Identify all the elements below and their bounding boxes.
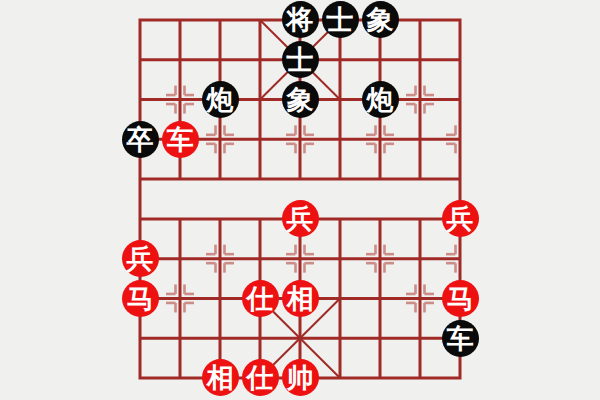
point-a0	[120, 0, 160, 40]
point-b0	[160, 0, 200, 40]
point-b9	[160, 358, 200, 398]
point-d5	[240, 199, 280, 239]
point-i3	[440, 119, 480, 159]
red-advisor[interactable]: 仕	[242, 359, 279, 396]
point-a1	[120, 40, 160, 80]
point-i7: 马	[440, 278, 480, 318]
point-d9: 仕	[240, 358, 280, 398]
point-h9	[400, 358, 440, 398]
red-general[interactable]: 帅	[282, 359, 319, 396]
red-pawn[interactable]: 兵	[282, 200, 319, 237]
point-d1	[240, 40, 280, 80]
red-elephant[interactable]: 相	[282, 280, 319, 317]
point-a6: 兵	[120, 239, 160, 279]
point-g8	[360, 318, 400, 358]
point-e7: 相	[280, 278, 320, 318]
point-i6	[440, 239, 480, 279]
point-c3	[200, 119, 240, 159]
point-a2	[120, 80, 160, 120]
point-a3: 卒	[120, 119, 160, 159]
point-g3	[360, 119, 400, 159]
point-h4	[400, 159, 440, 199]
point-d8	[240, 318, 280, 358]
point-e0: 将	[280, 0, 320, 40]
black-advisor[interactable]: 士	[322, 1, 359, 38]
point-h8	[400, 318, 440, 358]
point-f1	[320, 40, 360, 80]
point-c6	[200, 239, 240, 279]
point-f2	[320, 80, 360, 120]
point-g4	[360, 159, 400, 199]
point-f0: 士	[320, 0, 360, 40]
point-c9: 相	[200, 358, 240, 398]
point-d3	[240, 119, 280, 159]
black-cannon[interactable]: 炮	[202, 81, 239, 118]
point-h0	[400, 0, 440, 40]
point-b4	[160, 159, 200, 199]
point-h5	[400, 199, 440, 239]
point-e4	[280, 159, 320, 199]
point-e5: 兵	[280, 199, 320, 239]
point-f4	[320, 159, 360, 199]
point-e6	[280, 239, 320, 279]
point-g5	[360, 199, 400, 239]
point-b1	[160, 40, 200, 80]
xiangqi-board: 将士象士炮象炮卒车兵兵兵马仕相马车相仕帅	[0, 0, 600, 400]
black-chariot[interactable]: 车	[442, 320, 479, 357]
point-e8	[280, 318, 320, 358]
point-f5	[320, 199, 360, 239]
point-a4	[120, 159, 160, 199]
point-g0: 象	[360, 0, 400, 40]
point-c7	[200, 278, 240, 318]
point-c8	[200, 318, 240, 358]
point-f7	[320, 278, 360, 318]
red-pawn[interactable]: 兵	[122, 240, 159, 277]
point-i9	[440, 358, 480, 398]
point-c5	[200, 199, 240, 239]
black-advisor[interactable]: 士	[282, 41, 319, 78]
point-i2	[440, 80, 480, 120]
board-intersections: 将士象士炮象炮卒车兵兵兵马仕相马车相仕帅	[120, 0, 480, 398]
point-h7	[400, 278, 440, 318]
point-f8	[320, 318, 360, 358]
red-advisor[interactable]: 仕	[242, 280, 279, 317]
point-a9	[120, 358, 160, 398]
point-d7: 仕	[240, 278, 280, 318]
point-i1	[440, 40, 480, 80]
point-i4	[440, 159, 480, 199]
point-f9	[320, 358, 360, 398]
point-b5	[160, 199, 200, 239]
point-a8	[120, 318, 160, 358]
point-i5: 兵	[440, 199, 480, 239]
point-b3: 车	[160, 119, 200, 159]
black-elephant[interactable]: 象	[362, 1, 399, 38]
red-horse[interactable]: 马	[442, 280, 479, 317]
black-general[interactable]: 将	[282, 1, 319, 38]
point-g1	[360, 40, 400, 80]
point-h2	[400, 80, 440, 120]
point-h6	[400, 239, 440, 279]
red-horse[interactable]: 马	[122, 280, 159, 317]
black-elephant[interactable]: 象	[282, 81, 319, 118]
point-g2: 炮	[360, 80, 400, 120]
point-c1	[200, 40, 240, 80]
point-b6	[160, 239, 200, 279]
point-e9: 帅	[280, 358, 320, 398]
red-chariot[interactable]: 车	[162, 121, 199, 158]
point-d2	[240, 80, 280, 120]
point-i0	[440, 0, 480, 40]
point-c2: 炮	[200, 80, 240, 120]
black-pawn[interactable]: 卒	[122, 121, 159, 158]
point-e2: 象	[280, 80, 320, 120]
point-g6	[360, 239, 400, 279]
point-f6	[320, 239, 360, 279]
point-f3	[320, 119, 360, 159]
point-e3	[280, 119, 320, 159]
point-b7	[160, 278, 200, 318]
point-e1: 士	[280, 40, 320, 80]
red-elephant[interactable]: 相	[202, 359, 239, 396]
black-cannon[interactable]: 炮	[362, 81, 399, 118]
red-pawn[interactable]: 兵	[442, 200, 479, 237]
point-c4	[200, 159, 240, 199]
point-b8	[160, 318, 200, 358]
point-i8: 车	[440, 318, 480, 358]
point-d0	[240, 0, 280, 40]
point-h3	[400, 119, 440, 159]
point-a5	[120, 199, 160, 239]
point-g9	[360, 358, 400, 398]
point-g7	[360, 278, 400, 318]
point-c0	[200, 0, 240, 40]
point-a7: 马	[120, 278, 160, 318]
point-b2	[160, 80, 200, 120]
point-h1	[400, 40, 440, 80]
point-d4	[240, 159, 280, 199]
point-d6	[240, 239, 280, 279]
